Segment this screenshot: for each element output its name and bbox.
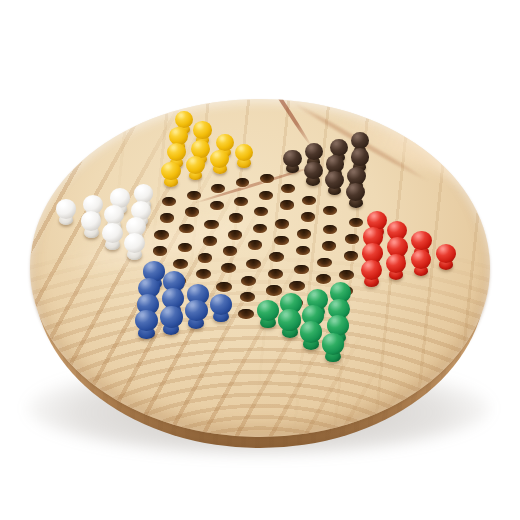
hole-empty[interactable] (216, 282, 231, 292)
chinese-checkers-photo (0, 0, 520, 520)
hole-empty[interactable] (196, 269, 211, 279)
peg-yellow[interactable] (210, 150, 231, 175)
hole-empty[interactable] (187, 191, 201, 200)
hole-empty[interactable] (297, 229, 311, 239)
peg-head (330, 139, 348, 156)
hole-empty[interactable] (178, 243, 193, 253)
hole-empty[interactable] (344, 251, 359, 261)
hole-empty[interactable] (240, 292, 255, 302)
peg-head (210, 150, 229, 168)
peg-head (346, 183, 365, 201)
peg-head (351, 148, 369, 166)
peg-green[interactable] (321, 333, 346, 363)
hole-empty[interactable] (185, 207, 199, 216)
hole-empty[interactable] (323, 206, 337, 215)
peg-head (216, 134, 234, 152)
peg-head (186, 156, 205, 174)
peg-red[interactable] (410, 250, 433, 277)
peg-head (175, 111, 193, 128)
hole-empty[interactable] (274, 236, 288, 246)
hole-empty[interactable] (162, 197, 176, 206)
hole-empty[interactable] (229, 213, 243, 222)
hole-empty[interactable] (317, 258, 332, 268)
peg-white[interactable] (80, 211, 103, 238)
hole-empty[interactable] (275, 219, 289, 228)
board-grid (0, 0, 520, 520)
peg-yellow[interactable] (185, 156, 206, 181)
peg-head (160, 306, 182, 327)
peg-head (386, 254, 407, 274)
hole-empty[interactable] (246, 259, 261, 269)
hole-empty[interactable] (294, 265, 309, 275)
peg-head (167, 143, 186, 161)
peg-blue[interactable] (134, 310, 159, 340)
hole-empty[interactable] (173, 259, 188, 269)
peg-head (325, 171, 344, 189)
hole-empty[interactable] (260, 174, 273, 183)
hole-empty[interactable] (301, 212, 315, 221)
peg-head (326, 155, 345, 173)
hole-empty[interactable] (302, 196, 316, 205)
hole-empty[interactable] (269, 252, 284, 262)
peg-head (81, 211, 102, 231)
hole-empty[interactable] (153, 246, 168, 256)
hole-empty[interactable] (210, 201, 224, 210)
hole-empty[interactable] (349, 218, 363, 227)
hole-empty[interactable] (221, 263, 236, 273)
hole-empty[interactable] (268, 269, 283, 279)
peg-green[interactable] (256, 300, 280, 329)
peg-head (305, 143, 323, 161)
peg-head (411, 250, 432, 270)
hole-empty[interactable] (154, 230, 169, 240)
hole-empty[interactable] (234, 197, 248, 206)
peg-head (351, 132, 369, 149)
peg-head (102, 223, 123, 243)
peg-head (235, 144, 254, 162)
peg-red[interactable] (385, 254, 408, 282)
peg-head (56, 199, 76, 218)
peg-blue[interactable] (184, 300, 208, 330)
peg-white[interactable] (55, 199, 77, 226)
hole-empty[interactable] (248, 240, 263, 250)
hole-empty[interactable] (223, 246, 238, 256)
peg-head (361, 260, 382, 280)
peg-head (193, 121, 211, 138)
hole-empty[interactable] (203, 236, 218, 246)
peg-yellow[interactable] (234, 144, 254, 169)
hole-empty[interactable] (289, 281, 304, 291)
peg-white[interactable] (102, 223, 125, 251)
hole-empty[interactable] (259, 191, 273, 200)
peg-head (161, 162, 180, 180)
peg-head (169, 127, 187, 145)
peg-head (191, 140, 210, 158)
peg-black[interactable] (282, 150, 302, 175)
peg-head (304, 162, 323, 180)
hole-empty[interactable] (254, 207, 268, 216)
hole-empty[interactable] (236, 178, 250, 187)
hole-empty[interactable] (241, 276, 256, 286)
peg-black[interactable] (303, 162, 324, 187)
peg-head (124, 233, 145, 253)
peg-white[interactable] (123, 233, 146, 261)
hole-empty[interactable] (345, 234, 359, 244)
peg-black[interactable] (324, 171, 345, 196)
peg-blue[interactable] (209, 294, 233, 323)
hole-empty[interactable] (253, 224, 267, 234)
peg-head (185, 300, 207, 321)
hole-empty[interactable] (296, 246, 311, 256)
peg-head (300, 321, 322, 342)
peg-red[interactable] (435, 244, 457, 271)
peg-head (104, 205, 124, 224)
hole-empty[interactable] (204, 220, 218, 230)
hole-empty[interactable] (281, 184, 295, 193)
peg-red[interactable] (360, 260, 383, 288)
peg-blue[interactable] (159, 306, 184, 336)
peg-head (278, 309, 300, 330)
hole-empty[interactable] (238, 309, 254, 319)
hole-empty[interactable] (160, 213, 174, 223)
peg-head (322, 333, 345, 355)
hole-empty[interactable] (211, 184, 225, 193)
peg-black[interactable] (345, 183, 366, 209)
peg-head (257, 300, 279, 321)
peg-head (436, 244, 456, 263)
hole-empty[interactable] (323, 225, 337, 234)
hole-empty[interactable] (198, 253, 213, 263)
peg-head (411, 231, 431, 250)
peg-head (210, 294, 232, 315)
peg-head (135, 310, 158, 332)
hole-empty[interactable] (179, 224, 193, 234)
peg-yellow[interactable] (160, 162, 181, 188)
hole-empty[interactable] (339, 270, 354, 280)
peg-head (283, 150, 302, 168)
hole-empty[interactable] (228, 230, 242, 240)
hole-empty[interactable] (280, 200, 294, 209)
hole-empty[interactable] (322, 241, 336, 251)
